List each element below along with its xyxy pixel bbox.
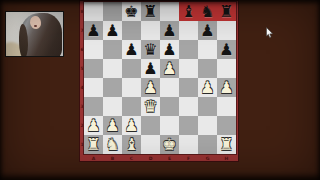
piece-white-pawn[interactable]: ♟: [105, 116, 119, 135]
piece-white-rook[interactable]: ♜: [86, 135, 100, 154]
square-d5[interactable]: ♟: [141, 59, 160, 78]
square-f5[interactable]: [179, 59, 198, 78]
piece-white-pawn[interactable]: ♟: [219, 78, 233, 97]
piece-white-pawn[interactable]: ♟: [86, 116, 100, 135]
square-h2[interactable]: [217, 116, 236, 135]
file-label-d: D: [141, 155, 160, 162]
square-c5[interactable]: [122, 59, 141, 78]
square-g5[interactable]: [198, 59, 217, 78]
piece-black-pawn[interactable]: ♟: [143, 59, 157, 78]
square-h6[interactable]: ♟: [217, 40, 236, 59]
square-f3[interactable]: [179, 97, 198, 116]
file-label-g: G: [198, 155, 217, 162]
square-e1[interactable]: ♚: [160, 135, 179, 154]
piece-black-pawn[interactable]: ♟: [124, 40, 138, 59]
piece-white-bishop[interactable]: ♝: [124, 135, 138, 154]
chess-board-frame: 87654321 ♚♜♝♞♜♟♟♟♟♟♛♟♟♟♟♟♟♟♛♟♟♟♜♞♝♚♜ ABC…: [79, 0, 239, 162]
square-f6[interactable]: [179, 40, 198, 59]
square-c1[interactable]: ♝: [122, 135, 141, 154]
piece-black-pawn[interactable]: ♟: [86, 21, 100, 40]
square-g7[interactable]: ♟: [198, 21, 217, 40]
piece-white-pawn[interactable]: ♟: [162, 59, 176, 78]
square-e5[interactable]: ♟: [160, 59, 179, 78]
file-label-b: B: [103, 155, 122, 162]
square-a6[interactable]: [84, 40, 103, 59]
square-f2[interactable]: [179, 116, 198, 135]
square-f7[interactable]: [179, 21, 198, 40]
square-b2[interactable]: ♟: [103, 116, 122, 135]
square-e7[interactable]: ♟: [160, 21, 179, 40]
piece-white-pawn[interactable]: ♟: [124, 116, 138, 135]
file-label-c: C: [122, 155, 141, 162]
square-b5[interactable]: [103, 59, 122, 78]
square-c6[interactable]: ♟: [122, 40, 141, 59]
file-label-f: F: [179, 155, 198, 162]
square-c2[interactable]: ♟: [122, 116, 141, 135]
square-g8[interactable]: ♞: [198, 2, 217, 21]
piece-black-queen[interactable]: ♛: [143, 40, 157, 59]
file-label-a: A: [84, 155, 103, 162]
square-h3[interactable]: [217, 97, 236, 116]
square-e6[interactable]: ♟: [160, 40, 179, 59]
square-d1[interactable]: [141, 135, 160, 154]
piece-black-pawn[interactable]: ♟: [105, 21, 119, 40]
square-f8[interactable]: ♝: [179, 2, 198, 21]
square-b8[interactable]: [103, 2, 122, 21]
piece-white-pawn[interactable]: ♟: [143, 78, 157, 97]
square-a8[interactable]: [84, 2, 103, 21]
square-c7[interactable]: [122, 21, 141, 40]
square-c8[interactable]: ♚: [122, 2, 141, 21]
square-d2[interactable]: [141, 116, 160, 135]
square-a3[interactable]: [84, 97, 103, 116]
file-labels: ABCDEFGH: [84, 155, 236, 162]
piece-black-pawn[interactable]: ♟: [162, 40, 176, 59]
piece-white-queen[interactable]: ♛: [143, 97, 157, 116]
square-a1[interactable]: ♜: [84, 135, 103, 154]
piece-black-pawn[interactable]: ♟: [219, 40, 233, 59]
square-b1[interactable]: ♞: [103, 135, 122, 154]
square-d8[interactable]: ♜: [141, 2, 160, 21]
piece-black-pawn[interactable]: ♟: [200, 21, 214, 40]
square-e8[interactable]: [160, 2, 179, 21]
square-g4[interactable]: ♟: [198, 78, 217, 97]
square-g2[interactable]: [198, 116, 217, 135]
square-h5[interactable]: [217, 59, 236, 78]
streamer-mouth: [34, 25, 37, 27]
square-e4[interactable]: [160, 78, 179, 97]
piece-black-knight[interactable]: ♞: [200, 2, 214, 21]
piece-white-knight[interactable]: ♞: [105, 135, 119, 154]
square-a7[interactable]: ♟: [84, 21, 103, 40]
square-e2[interactable]: [160, 116, 179, 135]
square-e3[interactable]: [160, 97, 179, 116]
piece-black-pawn[interactable]: ♟: [162, 21, 176, 40]
square-d6[interactable]: ♛: [141, 40, 160, 59]
square-f1[interactable]: [179, 135, 198, 154]
square-a2[interactable]: ♟: [84, 116, 103, 135]
square-b3[interactable]: [103, 97, 122, 116]
board-squares[interactable]: ♚♜♝♞♜♟♟♟♟♟♛♟♟♟♟♟♟♟♛♟♟♟♜♞♝♚♜: [84, 2, 236, 154]
square-a5[interactable]: [84, 59, 103, 78]
square-f4[interactable]: [179, 78, 198, 97]
square-g1[interactable]: [198, 135, 217, 154]
square-b7[interactable]: ♟: [103, 21, 122, 40]
piece-white-rook[interactable]: ♜: [219, 135, 233, 154]
square-d7[interactable]: [141, 21, 160, 40]
piece-black-rook[interactable]: ♜: [143, 2, 157, 21]
mouse-cursor: [266, 27, 274, 39]
piece-black-king[interactable]: ♚: [124, 2, 138, 21]
square-b6[interactable]: [103, 40, 122, 59]
square-h8[interactable]: ♜: [217, 2, 236, 21]
file-label-e: E: [160, 155, 179, 162]
piece-black-rook[interactable]: ♜: [219, 2, 233, 21]
square-h4[interactable]: ♟: [217, 78, 236, 97]
square-h7[interactable]: [217, 21, 236, 40]
square-a4[interactable]: [84, 78, 103, 97]
square-c3[interactable]: [122, 97, 141, 116]
piece-black-bishop[interactable]: ♝: [181, 2, 195, 21]
webcam-panel: [5, 11, 64, 57]
square-d3[interactable]: ♛: [141, 97, 160, 116]
stream-frame: 87654321 ♚♜♝♞♜♟♟♟♟♟♛♟♟♟♟♟♟♟♛♟♟♟♜♞♝♚♜ ABC…: [0, 0, 320, 180]
square-g6[interactable]: [198, 40, 217, 59]
square-g3[interactable]: [198, 97, 217, 116]
square-h1[interactable]: ♜: [217, 135, 236, 154]
square-b4[interactable]: [103, 78, 122, 97]
square-c4[interactable]: [122, 78, 141, 97]
square-d4[interactable]: ♟: [141, 78, 160, 97]
file-label-h: H: [217, 155, 236, 162]
piece-white-pawn[interactable]: ♟: [200, 78, 214, 97]
piece-white-king[interactable]: ♚: [162, 135, 176, 154]
